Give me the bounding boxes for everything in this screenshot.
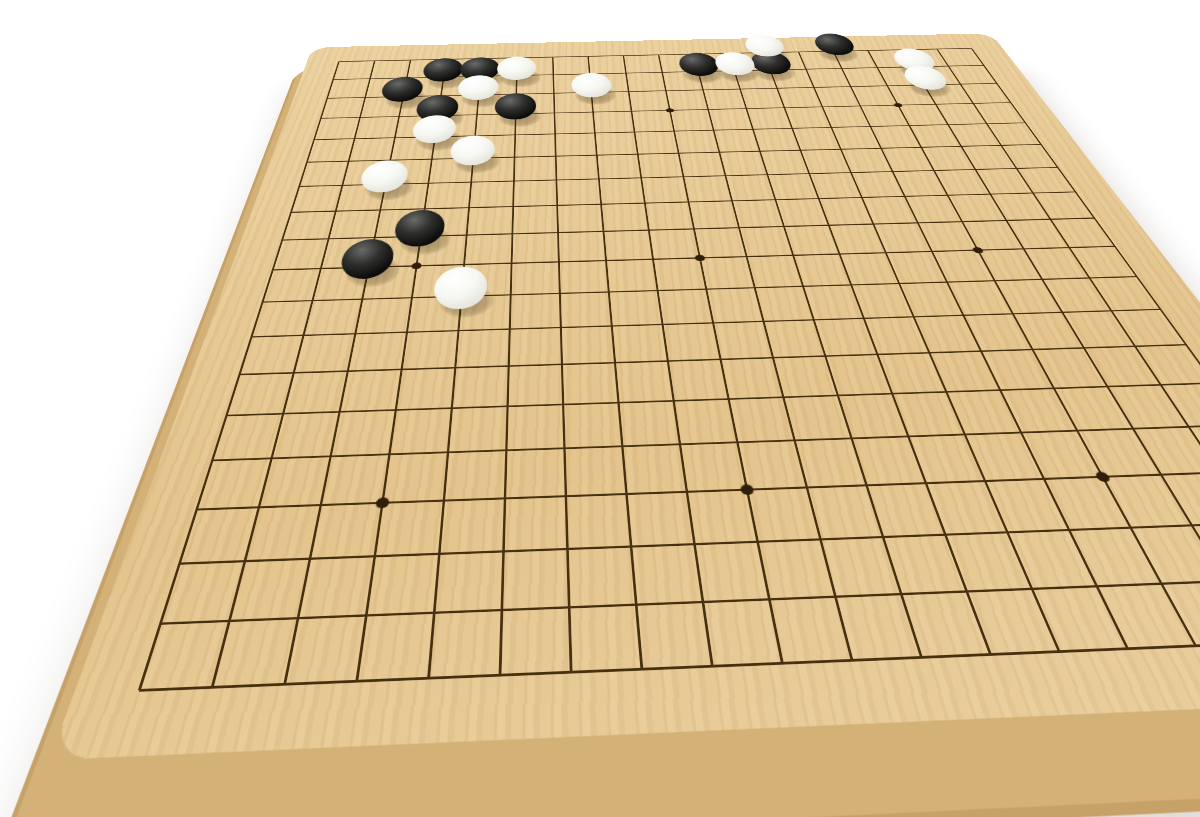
grid-line-vertical (867, 51, 1197, 646)
photo-stage (0, 0, 1200, 817)
grid-line-vertical (355, 59, 447, 681)
go-board (49, 33, 1200, 760)
board-grid (139, 48, 1200, 690)
star-point (1094, 472, 1112, 483)
star-point (893, 103, 903, 107)
grid-line-horizontal (307, 144, 1042, 163)
grid-line-horizontal (179, 520, 1200, 565)
black-stone (421, 58, 464, 82)
grid-line-vertical (971, 48, 1200, 637)
grid-line-horizontal (139, 636, 1200, 692)
grid-line-vertical (693, 54, 854, 660)
grid-line-horizontal (212, 424, 1200, 461)
white-stone (432, 266, 489, 310)
grid-line-vertical (623, 56, 714, 667)
board-scene (0, 0, 1200, 817)
grid-line-vertical (211, 61, 376, 688)
grid-line-vertical (902, 50, 1200, 643)
grid-line-horizontal (291, 191, 1076, 213)
grid-line-vertical (138, 62, 340, 691)
